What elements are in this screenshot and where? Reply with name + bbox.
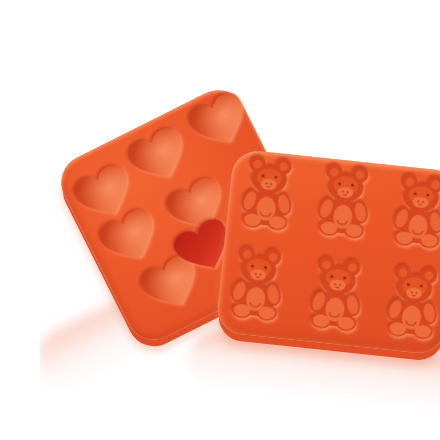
photo-caption: Two bright orange silicone baking molds … (40, 16, 41, 17)
bear-cavity (387, 170, 440, 250)
photo-stage: Two bright orange silicone baking molds … (40, 16, 440, 440)
bear-cavity (225, 243, 290, 323)
bear-cavity (312, 161, 377, 241)
bear-mold (215, 149, 440, 356)
heart-cavity (122, 122, 196, 193)
bear-cavity (235, 153, 300, 233)
bear-cavity (381, 261, 440, 341)
heart-cavity (183, 87, 257, 158)
bear-cavity (304, 253, 369, 333)
